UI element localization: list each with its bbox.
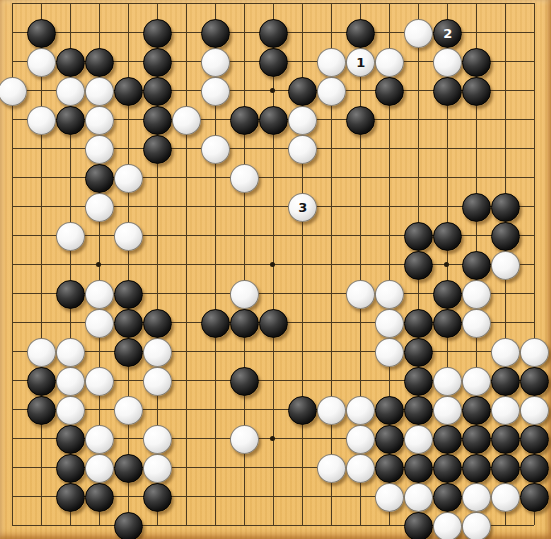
white-stone[interactable] [85, 425, 114, 454]
black-stone[interactable] [114, 280, 143, 309]
go-board[interactable]: 213 [0, 0, 551, 539]
black-stone[interactable] [288, 396, 317, 425]
white-stone[interactable] [230, 164, 259, 193]
star-point [444, 262, 449, 267]
black-stone[interactable] [230, 367, 259, 396]
white-stone[interactable] [201, 135, 230, 164]
black-stone[interactable] [462, 193, 491, 222]
black-stone[interactable] [520, 454, 549, 483]
black-stone[interactable] [520, 425, 549, 454]
black-stone[interactable] [143, 48, 172, 77]
white-stone[interactable] [230, 425, 259, 454]
white-stone[interactable] [201, 77, 230, 106]
black-stone[interactable] [375, 396, 404, 425]
black-stone[interactable] [375, 425, 404, 454]
star-point [270, 436, 275, 441]
black-stone[interactable] [230, 106, 259, 135]
screenshot-root: 213 [0, 0, 551, 539]
white-stone[interactable] [85, 106, 114, 135]
black-stone[interactable] [433, 425, 462, 454]
black-stone[interactable] [404, 454, 433, 483]
white-stone[interactable] [56, 77, 85, 106]
white-stone[interactable] [85, 309, 114, 338]
move-number-label: 3 [298, 201, 307, 214]
black-stone[interactable] [56, 483, 85, 512]
black-stone[interactable] [462, 396, 491, 425]
white-stone[interactable] [56, 367, 85, 396]
black-stone[interactable] [375, 77, 404, 106]
star-point [96, 262, 101, 267]
black-stone[interactable] [259, 19, 288, 48]
white-stone[interactable] [462, 512, 491, 539]
white-stone[interactable] [143, 367, 172, 396]
white-stone[interactable] [230, 280, 259, 309]
white-stone[interactable] [375, 309, 404, 338]
white-stone[interactable] [56, 396, 85, 425]
white-stone[interactable] [56, 338, 85, 367]
black-stone[interactable] [259, 309, 288, 338]
black-stone[interactable] [143, 309, 172, 338]
black-stone[interactable] [433, 483, 462, 512]
black-stone[interactable] [114, 77, 143, 106]
white-stone[interactable] [27, 106, 56, 135]
black-stone[interactable] [462, 48, 491, 77]
black-stone[interactable] [404, 309, 433, 338]
black-stone[interactable]: 2 [433, 19, 462, 48]
white-stone[interactable] [462, 367, 491, 396]
black-stone[interactable] [114, 512, 143, 539]
move-number-label: 2 [443, 27, 452, 40]
white-stone[interactable] [346, 454, 375, 483]
white-stone[interactable] [491, 251, 520, 280]
white-stone[interactable]: 3 [288, 193, 317, 222]
white-stone[interactable] [288, 106, 317, 135]
black-stone[interactable] [85, 164, 114, 193]
black-stone[interactable] [143, 19, 172, 48]
black-stone[interactable] [375, 454, 404, 483]
white-stone[interactable] [114, 396, 143, 425]
move-number-label: 1 [356, 56, 365, 69]
white-stone[interactable] [0, 77, 27, 106]
white-stone[interactable] [85, 135, 114, 164]
black-stone[interactable] [346, 106, 375, 135]
black-stone[interactable] [56, 48, 85, 77]
star-point [270, 88, 275, 93]
white-stone[interactable] [114, 222, 143, 251]
white-stone[interactable] [462, 280, 491, 309]
black-stone[interactable] [433, 222, 462, 251]
black-stone[interactable] [491, 367, 520, 396]
white-stone[interactable] [491, 483, 520, 512]
white-stone[interactable] [85, 367, 114, 396]
white-stone[interactable] [172, 106, 201, 135]
white-stone[interactable] [201, 48, 230, 77]
white-stone[interactable] [462, 483, 491, 512]
white-stone[interactable] [27, 338, 56, 367]
black-stone[interactable] [433, 77, 462, 106]
black-stone[interactable] [520, 483, 549, 512]
white-stone[interactable] [433, 367, 462, 396]
grid-line-horizontal [12, 351, 534, 352]
black-stone[interactable] [288, 77, 317, 106]
black-stone[interactable] [56, 106, 85, 135]
white-stone[interactable] [375, 280, 404, 309]
black-stone[interactable] [433, 454, 462, 483]
white-stone[interactable] [375, 483, 404, 512]
black-stone[interactable] [143, 106, 172, 135]
white-stone[interactable]: 1 [346, 48, 375, 77]
white-stone[interactable] [143, 454, 172, 483]
black-stone[interactable] [462, 454, 491, 483]
black-stone[interactable] [56, 454, 85, 483]
black-stone[interactable] [491, 222, 520, 251]
white-stone[interactable] [491, 338, 520, 367]
black-stone[interactable] [201, 19, 230, 48]
white-stone[interactable] [520, 338, 549, 367]
star-point [270, 262, 275, 267]
white-stone[interactable] [433, 512, 462, 539]
white-stone[interactable] [85, 280, 114, 309]
black-stone[interactable] [143, 135, 172, 164]
black-stone[interactable] [114, 309, 143, 338]
black-stone[interactable] [433, 309, 462, 338]
black-stone[interactable] [404, 338, 433, 367]
white-stone[interactable] [404, 483, 433, 512]
black-stone[interactable] [491, 425, 520, 454]
black-stone[interactable] [346, 19, 375, 48]
white-stone[interactable] [346, 280, 375, 309]
black-stone[interactable] [85, 483, 114, 512]
white-stone[interactable] [317, 48, 346, 77]
white-stone[interactable] [491, 396, 520, 425]
white-stone[interactable] [288, 135, 317, 164]
black-stone[interactable] [56, 425, 85, 454]
white-stone[interactable] [375, 338, 404, 367]
black-stone[interactable] [85, 48, 114, 77]
black-stone[interactable] [462, 425, 491, 454]
black-stone[interactable] [404, 367, 433, 396]
black-stone[interactable] [27, 396, 56, 425]
black-stone[interactable] [404, 251, 433, 280]
black-stone[interactable] [259, 106, 288, 135]
white-stone[interactable] [143, 338, 172, 367]
black-stone[interactable] [27, 19, 56, 48]
white-stone[interactable] [317, 77, 346, 106]
black-stone[interactable] [114, 338, 143, 367]
black-stone[interactable] [201, 309, 230, 338]
white-stone[interactable] [404, 425, 433, 454]
white-stone[interactable] [462, 309, 491, 338]
black-stone[interactable] [462, 251, 491, 280]
white-stone[interactable] [520, 396, 549, 425]
black-stone[interactable] [27, 367, 56, 396]
black-stone[interactable] [143, 77, 172, 106]
white-stone[interactable] [404, 19, 433, 48]
black-stone[interactable] [491, 193, 520, 222]
black-stone[interactable] [433, 280, 462, 309]
white-stone[interactable] [317, 454, 346, 483]
black-stone[interactable] [462, 77, 491, 106]
white-stone[interactable] [85, 454, 114, 483]
white-stone[interactable] [317, 396, 346, 425]
white-stone[interactable] [114, 164, 143, 193]
white-stone[interactable] [56, 222, 85, 251]
black-stone[interactable] [114, 454, 143, 483]
black-stone[interactable] [56, 280, 85, 309]
white-stone[interactable] [85, 77, 114, 106]
white-stone[interactable] [375, 48, 404, 77]
black-stone[interactable] [404, 222, 433, 251]
white-stone[interactable] [143, 425, 172, 454]
white-stone[interactable] [85, 193, 114, 222]
black-stone[interactable] [404, 396, 433, 425]
white-stone[interactable] [346, 396, 375, 425]
black-stone[interactable] [491, 454, 520, 483]
white-stone[interactable] [433, 396, 462, 425]
black-stone[interactable] [404, 512, 433, 539]
black-stone[interactable] [230, 309, 259, 338]
black-stone[interactable] [520, 367, 549, 396]
white-stone[interactable] [27, 48, 56, 77]
white-stone[interactable] [433, 48, 462, 77]
white-stone[interactable] [346, 425, 375, 454]
black-stone[interactable] [259, 48, 288, 77]
black-stone[interactable] [143, 483, 172, 512]
